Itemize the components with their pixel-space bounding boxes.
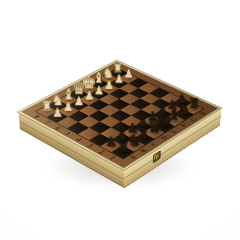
dark-rook: ♜ <box>115 140 132 154</box>
brass-clasp-icon <box>153 150 161 163</box>
product-photo: ♜♞♝♛♚♝♞♜♟♟♟♟♟♟♟♟♟♟♟♟♟♟♟♟♜♞♝♛♚♝♞♜ ABCDEFG… <box>0 0 240 240</box>
light-pawn: ♟ <box>49 106 65 118</box>
chess-board: ♜♞♝♛♚♝♞♜♟♟♟♟♟♟♟♟♟♟♟♟♟♟♟♟♜♞♝♛♚♝♞♜ ABCDEFG… <box>18 60 222 170</box>
chess-set-scene: ♜♞♝♛♚♝♞♜♟♟♟♟♟♟♟♟♟♟♟♟♟♟♟♟♜♞♝♛♚♝♞♜ ABCDEFG… <box>0 0 240 240</box>
